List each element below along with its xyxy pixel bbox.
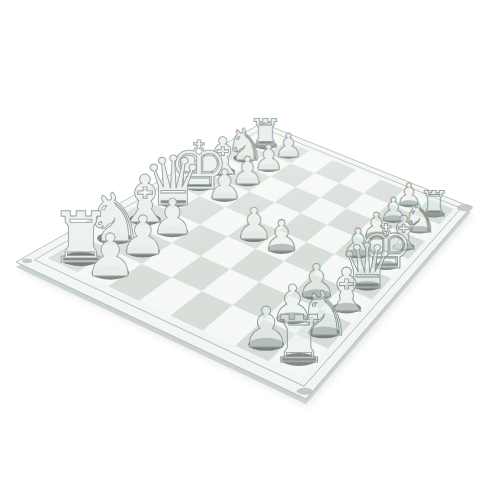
- chessboard: ♜♟♞♟♝♟♚♟♛♟♜♝♟♞♟♟♟♞♝♟♟♟♜♚♟♛♟♝♟♞♟♜: [0, 0, 500, 500]
- piece-black-rook-a8: ♜: [270, 301, 329, 377]
- product-photo: ♜♟♞♟♝♟♚♟♛♟♜♝♟♞♟♟♟♞♝♟♟♟♜♚♟♛♟♝♟♞♟♜: [0, 0, 500, 500]
- corner-pad-1: [22, 258, 32, 263]
- corner-pad-3: [457, 204, 473, 211]
- piece-glyph-rook: ♜: [270, 301, 329, 377]
- piece-glyph-pawn: ♟: [84, 221, 137, 290]
- piece-white-pawn-a2: ♟: [84, 221, 137, 290]
- corner-pad-4: [297, 388, 313, 395]
